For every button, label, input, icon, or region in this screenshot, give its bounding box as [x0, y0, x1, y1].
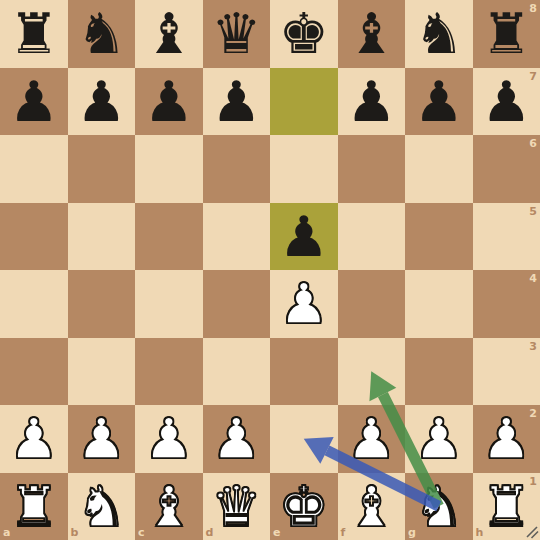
square-a3[interactable] [0, 338, 68, 406]
square-g4[interactable] [405, 270, 473, 338]
square-d4[interactable] [203, 270, 271, 338]
square-a8[interactable]: ♜ [0, 0, 68, 68]
black-pawn[interactable]: ♟ [270, 203, 338, 271]
square-h7[interactable]: ♟7 [473, 68, 540, 136]
white-pawn[interactable]: ♟ [135, 405, 203, 473]
white-pawn[interactable]: ♟ [338, 405, 406, 473]
black-rook[interactable]: ♜ [0, 0, 68, 68]
square-e1[interactable]: ♚e [270, 473, 338, 540]
black-pawn[interactable]: ♟ [405, 68, 473, 136]
square-b6[interactable] [68, 135, 136, 203]
coordinate-rank-5: 5 [529, 205, 537, 218]
black-bishop[interactable]: ♝ [135, 0, 203, 68]
square-f3[interactable] [338, 338, 406, 406]
coordinate-rank-6: 6 [529, 137, 537, 150]
square-c4[interactable] [135, 270, 203, 338]
square-f8[interactable]: ♝ [338, 0, 406, 68]
square-g5[interactable] [405, 203, 473, 271]
black-king[interactable]: ♚ [270, 0, 338, 68]
white-pawn[interactable]: ♟ [0, 405, 68, 473]
square-a5[interactable] [0, 203, 68, 271]
square-e3[interactable] [270, 338, 338, 406]
square-e2[interactable] [270, 405, 338, 473]
square-a2[interactable]: ♟ [0, 405, 68, 473]
black-queen[interactable]: ♛ [203, 0, 271, 68]
black-pawn[interactable]: ♟ [473, 68, 540, 136]
white-pawn[interactable]: ♟ [270, 270, 338, 338]
square-d8[interactable]: ♛ [203, 0, 271, 68]
square-d5[interactable] [203, 203, 271, 271]
square-g1[interactable]: ♞g [405, 473, 473, 540]
white-pawn[interactable]: ♟ [473, 405, 540, 473]
black-knight[interactable]: ♞ [405, 0, 473, 68]
black-bishop[interactable]: ♝ [338, 0, 406, 68]
square-e4[interactable]: ♟ [270, 270, 338, 338]
square-h5[interactable]: 5 [473, 203, 540, 271]
square-g8[interactable]: ♞ [405, 0, 473, 68]
square-b1[interactable]: ♞b [68, 473, 136, 540]
square-e7[interactable] [270, 68, 338, 136]
square-c2[interactable]: ♟ [135, 405, 203, 473]
black-pawn[interactable]: ♟ [203, 68, 271, 136]
square-f7[interactable]: ♟ [338, 68, 406, 136]
square-h1[interactable]: ♜1h [473, 473, 540, 540]
square-f6[interactable] [338, 135, 406, 203]
square-e8[interactable]: ♚ [270, 0, 338, 68]
white-bishop[interactable]: ♝ [338, 473, 406, 540]
square-c8[interactable]: ♝ [135, 0, 203, 68]
square-g3[interactable] [405, 338, 473, 406]
square-a7[interactable]: ♟ [0, 68, 68, 136]
square-e5[interactable]: ♟ [270, 203, 338, 271]
square-b7[interactable]: ♟ [68, 68, 136, 136]
black-pawn[interactable]: ♟ [68, 68, 136, 136]
square-d6[interactable] [203, 135, 271, 203]
white-bishop[interactable]: ♝ [135, 473, 203, 540]
square-b3[interactable] [68, 338, 136, 406]
chess-board: ♜♞♝♛♚♝♞♜8♟♟♟♟♟♟♟76♟5♟43♟♟♟♟♟♟♟2♜a♞b♝c♛d♚… [0, 0, 540, 540]
square-b5[interactable] [68, 203, 136, 271]
square-c5[interactable] [135, 203, 203, 271]
square-f4[interactable] [338, 270, 406, 338]
white-knight[interactable]: ♞ [405, 473, 473, 540]
square-a6[interactable] [0, 135, 68, 203]
coordinate-rank-3: 3 [529, 340, 537, 353]
square-d1[interactable]: ♛d [203, 473, 271, 540]
square-a1[interactable]: ♜a [0, 473, 68, 540]
square-h6[interactable]: 6 [473, 135, 540, 203]
black-pawn[interactable]: ♟ [0, 68, 68, 136]
square-c3[interactable] [135, 338, 203, 406]
square-f5[interactable] [338, 203, 406, 271]
square-b8[interactable]: ♞ [68, 0, 136, 68]
square-d3[interactable] [203, 338, 271, 406]
chess-board-wrap: ♜♞♝♛♚♝♞♜8♟♟♟♟♟♟♟76♟5♟43♟♟♟♟♟♟♟2♜a♞b♝c♛d♚… [0, 0, 540, 540]
square-f2[interactable]: ♟ [338, 405, 406, 473]
black-pawn[interactable]: ♟ [135, 68, 203, 136]
black-knight[interactable]: ♞ [68, 0, 136, 68]
square-h3[interactable]: 3 [473, 338, 540, 406]
white-knight[interactable]: ♞ [68, 473, 136, 540]
square-g6[interactable] [405, 135, 473, 203]
square-g7[interactable]: ♟ [405, 68, 473, 136]
black-rook[interactable]: ♜ [473, 0, 540, 68]
white-rook[interactable]: ♜ [473, 473, 540, 540]
square-f1[interactable]: ♝f [338, 473, 406, 540]
white-pawn[interactable]: ♟ [405, 405, 473, 473]
square-d2[interactable]: ♟ [203, 405, 271, 473]
square-h8[interactable]: ♜8 [473, 0, 540, 68]
coordinate-rank-4: 4 [529, 272, 537, 285]
square-g2[interactable]: ♟ [405, 405, 473, 473]
square-c1[interactable]: ♝c [135, 473, 203, 540]
square-e6[interactable] [270, 135, 338, 203]
black-pawn[interactable]: ♟ [338, 68, 406, 136]
square-c7[interactable]: ♟ [135, 68, 203, 136]
white-queen[interactable]: ♛ [203, 473, 271, 540]
white-pawn[interactable]: ♟ [203, 405, 271, 473]
white-rook[interactable]: ♜ [0, 473, 68, 540]
square-b4[interactable] [68, 270, 136, 338]
square-a4[interactable] [0, 270, 68, 338]
white-pawn[interactable]: ♟ [68, 405, 136, 473]
square-c6[interactable] [135, 135, 203, 203]
square-h4[interactable]: 4 [473, 270, 540, 338]
square-d7[interactable]: ♟ [203, 68, 271, 136]
square-b2[interactable]: ♟ [68, 405, 136, 473]
square-h2[interactable]: ♟2 [473, 405, 540, 473]
white-king[interactable]: ♚ [270, 473, 338, 540]
